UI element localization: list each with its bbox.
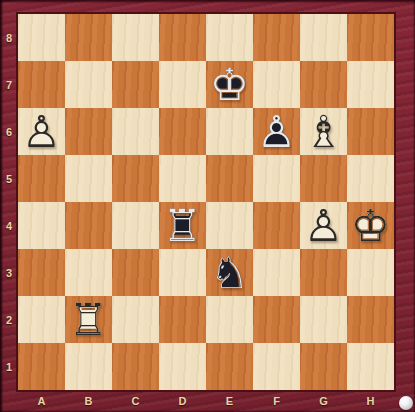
square-g7[interactable] [300,61,347,108]
square-c4[interactable] [112,202,159,249]
square-d4[interactable]: ♜♖ [159,202,206,249]
piece-outline-glyph: ♙ [18,108,65,155]
square-f8[interactable] [253,14,300,61]
square-e2[interactable] [206,296,253,343]
square-e1[interactable] [206,343,253,390]
square-e8[interactable] [206,14,253,61]
chess-board: ♚♔♟♙♟♙♝♗♜♖♟♙♚♔♞♘♜♖ [18,14,394,390]
square-a1[interactable] [18,343,65,390]
white-to-move-indicator [399,396,413,410]
square-a8[interactable] [18,14,65,61]
square-b4[interactable] [65,202,112,249]
square-e7[interactable]: ♚♔ [206,61,253,108]
square-b3[interactable] [65,249,112,296]
square-g2[interactable] [300,296,347,343]
square-c6[interactable] [112,108,159,155]
square-h8[interactable] [347,14,394,61]
square-c8[interactable] [112,14,159,61]
file-label-d: D [159,390,206,412]
square-d6[interactable] [159,108,206,155]
square-a7[interactable] [18,61,65,108]
piece-outline-glyph: ♔ [347,202,394,249]
square-c3[interactable] [112,249,159,296]
file-label-g: G [300,390,347,412]
file-label-e: E [206,390,253,412]
square-g8[interactable] [300,14,347,61]
square-c2[interactable] [112,296,159,343]
square-g3[interactable] [300,249,347,296]
square-f4[interactable] [253,202,300,249]
square-h5[interactable] [347,155,394,202]
square-h7[interactable] [347,61,394,108]
square-f2[interactable] [253,296,300,343]
file-label-h: H [347,390,394,412]
piece-black-king[interactable]: ♚♔ [206,61,253,108]
square-d1[interactable] [159,343,206,390]
file-label-c: C [112,390,159,412]
piece-black-rook[interactable]: ♜♖ [159,202,206,249]
square-h3[interactable] [347,249,394,296]
piece-outline-glyph: ♖ [65,296,112,343]
square-f7[interactable] [253,61,300,108]
square-g1[interactable] [300,343,347,390]
square-e5[interactable] [206,155,253,202]
square-d2[interactable] [159,296,206,343]
square-a6[interactable]: ♟♙ [18,108,65,155]
square-b1[interactable] [65,343,112,390]
file-labels: ABCDEFGH [18,390,394,412]
rank-label-1: 1 [0,343,18,390]
square-f1[interactable] [253,343,300,390]
piece-outline-glyph: ♔ [206,61,253,108]
square-d8[interactable] [159,14,206,61]
square-e3[interactable]: ♞♘ [206,249,253,296]
square-e6[interactable] [206,108,253,155]
piece-white-pawn[interactable]: ♟♙ [300,202,347,249]
square-h4[interactable]: ♚♔ [347,202,394,249]
square-c5[interactable] [112,155,159,202]
square-h1[interactable] [347,343,394,390]
square-b7[interactable] [65,61,112,108]
square-c7[interactable] [112,61,159,108]
file-label-a: A [18,390,65,412]
rank-label-5: 5 [0,155,18,202]
rank-label-4: 4 [0,202,18,249]
board-frame: 87654321 ♚♔♟♙♟♙♝♗♜♖♟♙♚♔♞♘♜♖ ABCDEFGH [0,0,415,412]
piece-white-king[interactable]: ♚♔ [347,202,394,249]
square-d3[interactable] [159,249,206,296]
square-h2[interactable] [347,296,394,343]
square-b8[interactable] [65,14,112,61]
rank-labels: 87654321 [0,14,18,390]
piece-outline-glyph: ♙ [300,202,347,249]
square-b5[interactable] [65,155,112,202]
piece-black-pawn[interactable]: ♟♙ [253,108,300,155]
piece-outline-glyph: ♖ [159,202,206,249]
square-f6[interactable]: ♟♙ [253,108,300,155]
square-h6[interactable] [347,108,394,155]
square-e4[interactable] [206,202,253,249]
square-a4[interactable] [18,202,65,249]
piece-outline-glyph: ♘ [206,249,253,296]
square-g6[interactable]: ♝♗ [300,108,347,155]
square-g5[interactable] [300,155,347,202]
piece-white-bishop[interactable]: ♝♗ [300,108,347,155]
piece-white-rook[interactable]: ♜♖ [65,296,112,343]
square-b6[interactable] [65,108,112,155]
file-label-f: F [253,390,300,412]
rank-label-8: 8 [0,14,18,61]
square-a2[interactable] [18,296,65,343]
square-a5[interactable] [18,155,65,202]
square-f3[interactable] [253,249,300,296]
rank-label-7: 7 [0,61,18,108]
rank-label-6: 6 [0,108,18,155]
square-a3[interactable] [18,249,65,296]
rank-label-3: 3 [0,249,18,296]
piece-outline-glyph: ♗ [300,108,347,155]
piece-black-knight[interactable]: ♞♘ [206,249,253,296]
file-label-b: B [65,390,112,412]
piece-outline-glyph: ♙ [253,108,300,155]
square-d5[interactable] [159,155,206,202]
square-b2[interactable]: ♜♖ [65,296,112,343]
piece-white-pawn[interactable]: ♟♙ [18,108,65,155]
square-f5[interactable] [253,155,300,202]
square-d7[interactable] [159,61,206,108]
square-c1[interactable] [112,343,159,390]
square-g4[interactable]: ♟♙ [300,202,347,249]
rank-label-2: 2 [0,296,18,343]
